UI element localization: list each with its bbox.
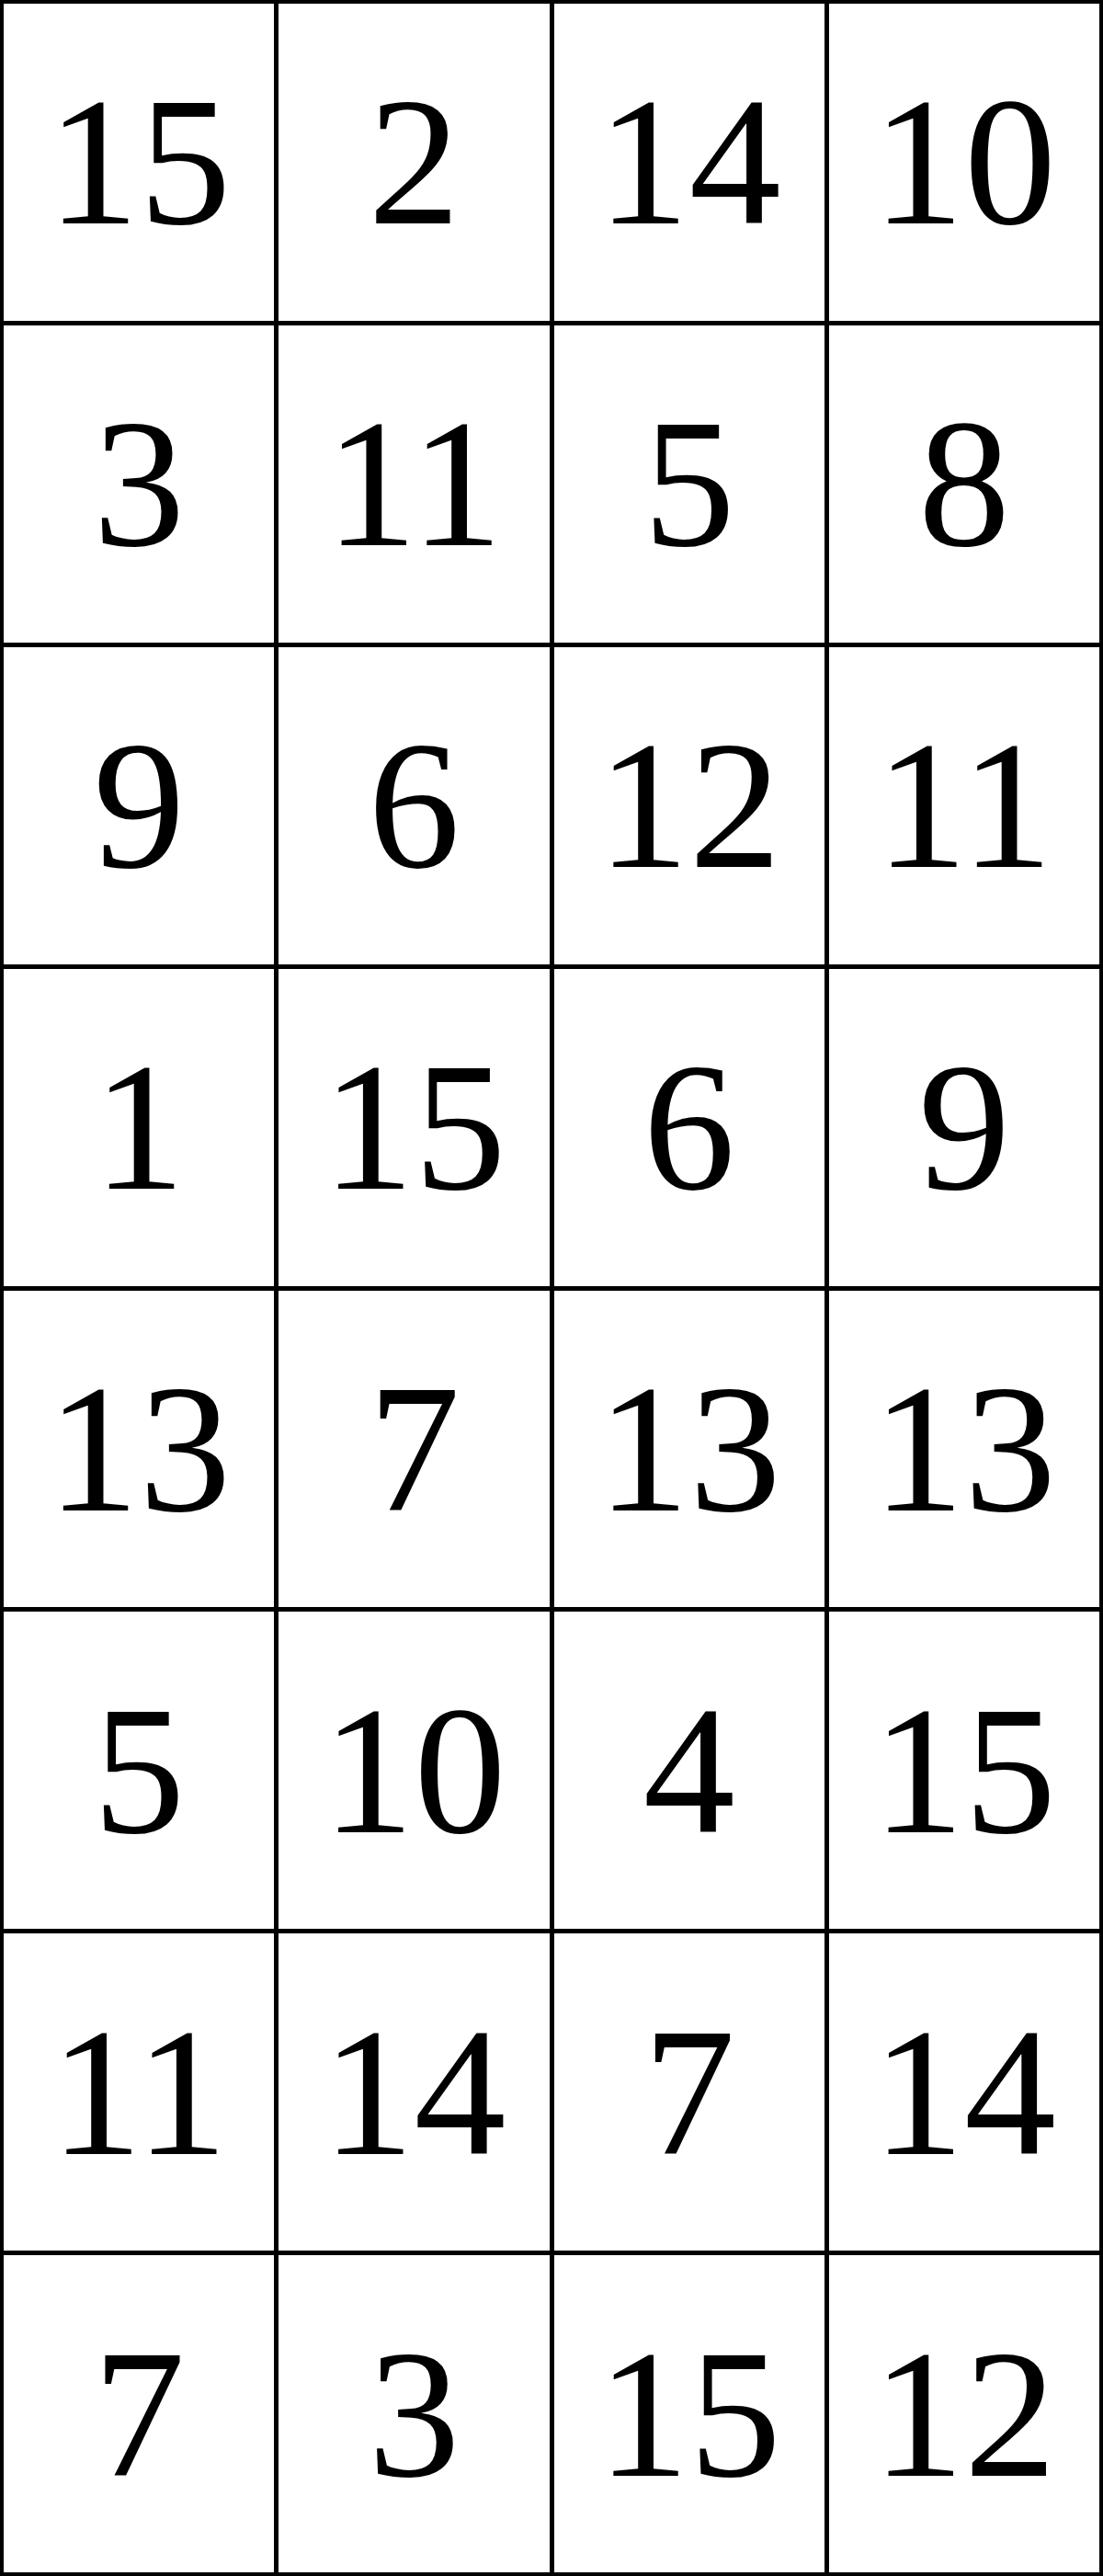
grid-cell-r3c3: 12 [554,647,824,964]
grid-cell-r2c1: 3 [4,325,274,643]
grid-cell-r3c2: 6 [279,647,549,964]
grid-cell-r8c2: 3 [279,2255,549,2572]
grid-cell-r6c3: 4 [554,1612,824,1929]
grid-cell-r7c1: 11 [4,1933,274,2251]
grid-cell-r1c1: 15 [4,4,274,321]
grid-cell-r7c3: 7 [554,1933,824,2251]
grid-cell-r2c3: 5 [554,325,824,643]
grid-cell-r3c1: 9 [4,647,274,964]
grid-cell-r4c1: 1 [4,969,274,1286]
grid-cell-r6c2: 10 [279,1612,549,1929]
grid-cell-r5c2: 7 [279,1291,549,1608]
grid-cell-r2c2: 11 [279,325,549,643]
grid-cell-r8c1: 7 [4,2255,274,2572]
grid-cell-r7c4: 14 [829,1933,1099,2251]
grid-cell-r8c3: 15 [554,2255,824,2572]
grid-cell-r8c4: 12 [829,2255,1099,2572]
number-grid-board: 1521410311589612111156913713135104151114… [0,0,1103,2576]
grid-cell-r4c2: 15 [279,969,549,1286]
grid-cell-r1c3: 14 [554,4,824,321]
grid-cell-r4c3: 6 [554,969,824,1286]
grid-cell-r4c4: 9 [829,969,1099,1286]
grid-cell-r5c3: 13 [554,1291,824,1608]
grid-cell-r1c4: 10 [829,4,1099,321]
grid-cell-r1c2: 2 [279,4,549,321]
grid-cell-r7c2: 14 [279,1933,549,2251]
grid-cell-r5c1: 13 [4,1291,274,1608]
grid-cell-r6c4: 15 [829,1612,1099,1929]
grid-cell-r3c4: 11 [829,647,1099,964]
grid-cell-r2c4: 8 [829,325,1099,643]
grid-cell-r6c1: 5 [4,1612,274,1929]
grid-cell-r5c4: 13 [829,1291,1099,1608]
